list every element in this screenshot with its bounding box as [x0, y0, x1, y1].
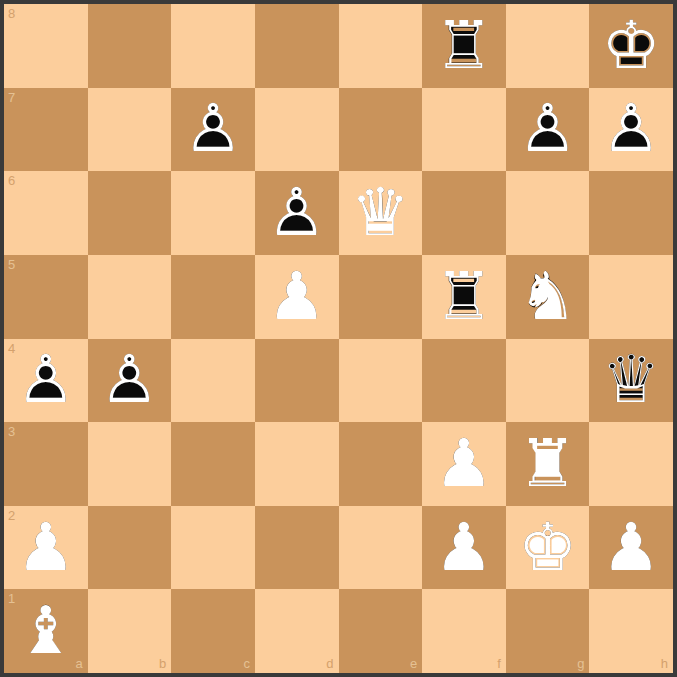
square-f4[interactable] — [422, 339, 506, 423]
square-e7[interactable] — [339, 88, 423, 172]
square-h2[interactable]: ♟♙ — [589, 506, 673, 590]
square-d3[interactable] — [255, 422, 339, 506]
square-h7[interactable]: ♙♟ — [589, 88, 673, 172]
square-h1[interactable]: h — [589, 589, 673, 673]
square-h6[interactable] — [589, 171, 673, 255]
square-c8[interactable] — [171, 4, 255, 88]
square-d5[interactable]: ♟♙ — [255, 255, 339, 339]
file-label-e: e — [410, 657, 417, 670]
square-e5[interactable] — [339, 255, 423, 339]
square-b8[interactable] — [88, 4, 172, 88]
square-a7[interactable]: 7 — [4, 88, 88, 172]
square-h8[interactable]: ♔♚ — [589, 4, 673, 88]
piece-white-pawn[interactable]: ♟♙ — [434, 515, 493, 581]
square-g8[interactable] — [506, 4, 590, 88]
square-c4[interactable] — [171, 339, 255, 423]
square-c7[interactable]: ♙♟ — [171, 88, 255, 172]
piece-black-king[interactable]: ♔♚ — [602, 13, 661, 79]
square-g7[interactable]: ♙♟ — [506, 88, 590, 172]
square-d2[interactable] — [255, 506, 339, 590]
square-c6[interactable] — [171, 171, 255, 255]
square-a2[interactable]: 2♟♙ — [4, 506, 88, 590]
piece-white-rook[interactable]: ♜♖ — [518, 431, 577, 497]
square-e1[interactable]: e — [339, 589, 423, 673]
square-e3[interactable] — [339, 422, 423, 506]
square-g4[interactable] — [506, 339, 590, 423]
file-label-f: f — [497, 657, 501, 670]
rank-label-5: 5 — [8, 258, 15, 271]
piece-black-pawn[interactable]: ♙♟ — [16, 347, 75, 413]
square-g1[interactable]: g — [506, 589, 590, 673]
piece-white-pawn[interactable]: ♟♙ — [434, 431, 493, 497]
square-b2[interactable] — [88, 506, 172, 590]
file-label-b: b — [159, 657, 166, 670]
square-f1[interactable]: f — [422, 589, 506, 673]
square-c5[interactable] — [171, 255, 255, 339]
square-a8[interactable]: 8 — [4, 4, 88, 88]
square-b4[interactable]: ♙♟ — [88, 339, 172, 423]
square-f7[interactable] — [422, 88, 506, 172]
square-g6[interactable] — [506, 171, 590, 255]
piece-black-rook[interactable]: ♖♜ — [434, 264, 493, 330]
square-h5[interactable] — [589, 255, 673, 339]
square-d4[interactable] — [255, 339, 339, 423]
rank-label-1: 1 — [8, 592, 15, 605]
square-c3[interactable] — [171, 422, 255, 506]
square-b6[interactable] — [88, 171, 172, 255]
square-f8[interactable]: ♖♜ — [422, 4, 506, 88]
square-a4[interactable]: 4♙♟ — [4, 339, 88, 423]
piece-black-pawn[interactable]: ♙♟ — [518, 96, 577, 162]
square-d8[interactable] — [255, 4, 339, 88]
square-b7[interactable] — [88, 88, 172, 172]
square-c1[interactable]: c — [171, 589, 255, 673]
square-g2[interactable]: ♚♔ — [506, 506, 590, 590]
piece-black-pawn[interactable]: ♙♟ — [602, 96, 661, 162]
square-f2[interactable]: ♟♙ — [422, 506, 506, 590]
square-h3[interactable] — [589, 422, 673, 506]
file-label-d: d — [326, 657, 333, 670]
file-label-c: c — [243, 657, 250, 670]
square-a1[interactable]: 1a♝♗ — [4, 589, 88, 673]
rank-label-8: 8 — [8, 7, 15, 20]
square-c2[interactable] — [171, 506, 255, 590]
file-label-a: a — [75, 657, 82, 670]
piece-white-pawn[interactable]: ♟♙ — [267, 264, 326, 330]
square-e8[interactable] — [339, 4, 423, 88]
piece-black-pawn[interactable]: ♙♟ — [267, 180, 326, 246]
piece-black-pawn[interactable]: ♙♟ — [100, 347, 159, 413]
piece-black-queen[interactable]: ♕♛ — [602, 347, 661, 413]
square-g3[interactable]: ♜♖ — [506, 422, 590, 506]
file-label-g: g — [577, 657, 584, 670]
square-d1[interactable]: d — [255, 589, 339, 673]
square-f5[interactable]: ♖♜ — [422, 255, 506, 339]
piece-white-king[interactable]: ♚♔ — [518, 515, 577, 581]
rank-label-2: 2 — [8, 509, 15, 522]
square-a3[interactable]: 3 — [4, 422, 88, 506]
piece-white-queen[interactable]: ♛♕ — [351, 180, 410, 246]
piece-white-knight[interactable]: ♞♘ — [518, 264, 577, 330]
square-a5[interactable]: 5 — [4, 255, 88, 339]
square-d7[interactable] — [255, 88, 339, 172]
rank-label-3: 3 — [8, 425, 15, 438]
piece-white-bishop[interactable]: ♝♗ — [16, 598, 75, 664]
square-e4[interactable] — [339, 339, 423, 423]
square-e6[interactable]: ♛♕ — [339, 171, 423, 255]
piece-white-pawn[interactable]: ♟♙ — [16, 515, 75, 581]
square-b3[interactable] — [88, 422, 172, 506]
square-h4[interactable]: ♕♛ — [589, 339, 673, 423]
square-g5[interactable]: ♞♘ — [506, 255, 590, 339]
square-f3[interactable]: ♟♙ — [422, 422, 506, 506]
square-f6[interactable] — [422, 171, 506, 255]
square-b1[interactable]: b — [88, 589, 172, 673]
chess-board: 8♖♜♔♚7♙♟♙♟♙♟6♙♟♛♕5♟♙♖♜♞♘4♙♟♙♟♕♛3♟♙♜♖2♟♙♟… — [0, 0, 677, 677]
rank-label-4: 4 — [8, 342, 15, 355]
rank-label-7: 7 — [8, 91, 15, 104]
square-e2[interactable] — [339, 506, 423, 590]
piece-black-pawn[interactable]: ♙♟ — [183, 96, 242, 162]
square-d6[interactable]: ♙♟ — [255, 171, 339, 255]
file-label-h: h — [661, 657, 668, 670]
piece-white-pawn[interactable]: ♟♙ — [602, 515, 661, 581]
rank-label-6: 6 — [8, 174, 15, 187]
square-a6[interactable]: 6 — [4, 171, 88, 255]
piece-black-rook[interactable]: ♖♜ — [434, 13, 493, 79]
square-b5[interactable] — [88, 255, 172, 339]
